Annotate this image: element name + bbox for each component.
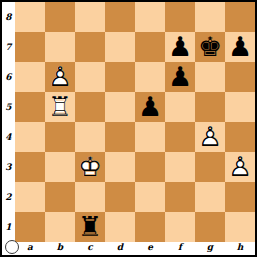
square-g6[interactable] [195, 62, 225, 92]
square-f7[interactable]: ♟ [165, 32, 195, 62]
square-c7[interactable] [75, 32, 105, 62]
white-pawn[interactable]: ♟♙ [225, 152, 255, 182]
black-pawn-glyph: ♟ [165, 62, 195, 92]
square-f1[interactable] [165, 212, 195, 242]
white-rook-glyph: ♖ [45, 92, 75, 122]
square-f5[interactable] [165, 92, 195, 122]
square-b6[interactable]: ♟♙ [45, 62, 75, 92]
square-d7[interactable] [105, 32, 135, 62]
white-king[interactable]: ♚♔ [75, 152, 105, 182]
square-c4[interactable] [75, 122, 105, 152]
white-pawn-glyph: ♙ [225, 152, 255, 182]
square-d2[interactable] [105, 182, 135, 212]
rank-label-4: 4 [2, 122, 15, 152]
square-f4[interactable] [165, 122, 195, 152]
square-a7[interactable] [15, 32, 45, 62]
white-pawn[interactable]: ♟♙ [195, 122, 225, 152]
square-b5[interactable]: ♜♖ [45, 92, 75, 122]
file-label-e: e [135, 242, 165, 253]
square-c1[interactable]: ♜ [75, 212, 105, 242]
file-label-b: b [45, 242, 75, 253]
square-h8[interactable] [225, 2, 255, 32]
rank-label-1: 1 [2, 212, 15, 242]
black-pawn[interactable]: ♟ [165, 62, 195, 92]
black-pawn-glyph: ♟ [135, 92, 165, 122]
square-e2[interactable] [135, 182, 165, 212]
square-f3[interactable] [165, 152, 195, 182]
square-d8[interactable] [105, 2, 135, 32]
black-pawn[interactable]: ♟ [135, 92, 165, 122]
black-pawn-glyph: ♟ [165, 32, 195, 62]
square-g4[interactable]: ♟♙ [195, 122, 225, 152]
square-c3[interactable]: ♚♔ [75, 152, 105, 182]
square-d3[interactable] [105, 152, 135, 182]
black-king[interactable]: ♚ [195, 32, 225, 62]
black-pawn-glyph: ♟ [225, 32, 255, 62]
square-h1[interactable] [225, 212, 255, 242]
square-d1[interactable] [105, 212, 135, 242]
square-g8[interactable] [195, 2, 225, 32]
square-f2[interactable] [165, 182, 195, 212]
square-h2[interactable] [225, 182, 255, 212]
rank-label-8: 8 [2, 2, 15, 32]
square-a4[interactable] [15, 122, 45, 152]
file-label-g: g [195, 242, 225, 253]
square-b4[interactable] [45, 122, 75, 152]
square-e3[interactable] [135, 152, 165, 182]
chess-diagram: 87654321 ♟♚♟♟♙♟♜♖♟♟♙♚♔♟♙♜ abcdefgh [0, 0, 257, 257]
file-label-c: c [75, 242, 105, 253]
square-g3[interactable] [195, 152, 225, 182]
white-pawn[interactable]: ♟♙ [45, 62, 75, 92]
black-pawn[interactable]: ♟ [165, 32, 195, 62]
black-pawn[interactable]: ♟ [225, 32, 255, 62]
rank-labels: 87654321 [2, 2, 15, 242]
white-rook[interactable]: ♜♖ [45, 92, 75, 122]
square-g2[interactable] [195, 182, 225, 212]
rank-label-3: 3 [2, 152, 15, 182]
square-a6[interactable] [15, 62, 45, 92]
square-b3[interactable] [45, 152, 75, 182]
file-label-d: d [105, 242, 135, 253]
file-label-a: a [15, 242, 45, 253]
rank-label-5: 5 [2, 92, 15, 122]
square-b2[interactable] [45, 182, 75, 212]
square-a2[interactable] [15, 182, 45, 212]
square-h6[interactable] [225, 62, 255, 92]
chess-board: ♟♚♟♟♙♟♜♖♟♟♙♚♔♟♙♜ [15, 2, 255, 242]
black-rook[interactable]: ♜ [75, 212, 105, 242]
square-c8[interactable] [75, 2, 105, 32]
square-c6[interactable] [75, 62, 105, 92]
square-d6[interactable] [105, 62, 135, 92]
square-d5[interactable] [105, 92, 135, 122]
black-king-glyph: ♚ [195, 32, 225, 62]
square-a5[interactable] [15, 92, 45, 122]
square-c2[interactable] [75, 182, 105, 212]
white-pawn-glyph: ♙ [195, 122, 225, 152]
rank-label-7: 7 [2, 32, 15, 62]
square-b8[interactable] [45, 2, 75, 32]
square-h5[interactable] [225, 92, 255, 122]
square-f8[interactable] [165, 2, 195, 32]
square-a3[interactable] [15, 152, 45, 182]
square-e8[interactable] [135, 2, 165, 32]
white-pawn-glyph: ♙ [45, 62, 75, 92]
square-a1[interactable] [15, 212, 45, 242]
square-e4[interactable] [135, 122, 165, 152]
file-label-h: h [225, 242, 255, 253]
square-g1[interactable] [195, 212, 225, 242]
rank-label-6: 6 [2, 62, 15, 92]
white-to-move-indicator [5, 240, 19, 254]
file-label-f: f [165, 242, 195, 253]
square-c5[interactable] [75, 92, 105, 122]
square-e5[interactable]: ♟ [135, 92, 165, 122]
rank-label-2: 2 [2, 182, 15, 212]
square-e6[interactable] [135, 62, 165, 92]
square-g5[interactable] [195, 92, 225, 122]
square-e1[interactable] [135, 212, 165, 242]
square-b1[interactable] [45, 212, 75, 242]
square-f6[interactable]: ♟ [165, 62, 195, 92]
square-h3[interactable]: ♟♙ [225, 152, 255, 182]
square-h4[interactable] [225, 122, 255, 152]
file-labels: abcdefgh [15, 242, 255, 253]
square-e7[interactable] [135, 32, 165, 62]
black-rook-glyph: ♜ [75, 212, 105, 242]
square-g7[interactable]: ♚ [195, 32, 225, 62]
square-b7[interactable] [45, 32, 75, 62]
square-d4[interactable] [105, 122, 135, 152]
square-h7[interactable]: ♟ [225, 32, 255, 62]
square-a8[interactable] [15, 2, 45, 32]
white-king-glyph: ♔ [75, 152, 105, 182]
